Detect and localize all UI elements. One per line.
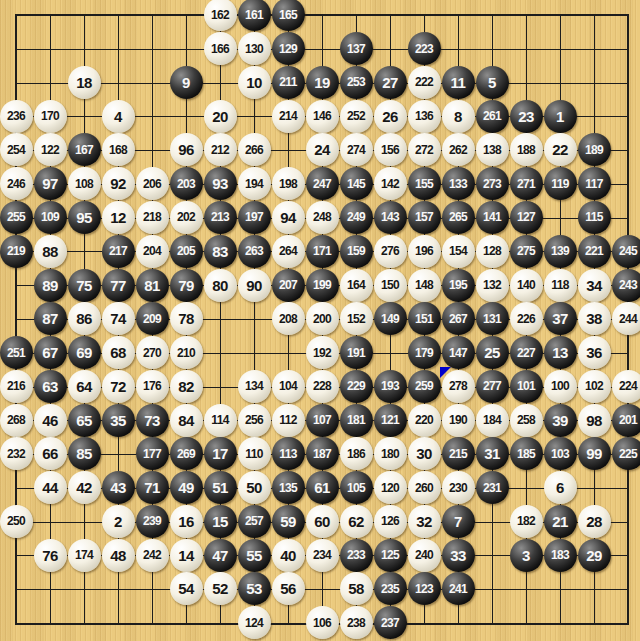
move-number: 49 — [178, 480, 194, 495]
board-intersection[interactable]: 193 — [373, 369, 407, 403]
board-intersection[interactable]: 3 — [509, 538, 543, 572]
board-intersection[interactable]: 75 — [67, 268, 101, 302]
board-intersection[interactable]: 216 — [0, 369, 33, 403]
board-intersection[interactable]: 117 — [577, 167, 611, 201]
board-intersection[interactable]: 99 — [577, 437, 611, 471]
board-intersection[interactable]: 49 — [169, 471, 203, 505]
black-stone: 159 — [340, 235, 373, 268]
board-intersection[interactable]: 179 — [407, 336, 441, 370]
board-intersection[interactable]: 183 — [543, 538, 577, 572]
board-intersection[interactable]: 53 — [237, 572, 271, 606]
board-intersection[interactable]: 146 — [305, 99, 339, 133]
board-intersection[interactable]: 210 — [169, 336, 203, 370]
board-intersection[interactable]: 63 — [33, 369, 67, 403]
board-intersection[interactable]: 239 — [135, 504, 169, 538]
black-stone: 245 — [612, 235, 640, 268]
board-intersection[interactable]: 56 — [271, 572, 305, 606]
board-intersection[interactable]: 50 — [237, 471, 271, 505]
board-intersection[interactable]: 52 — [203, 572, 237, 606]
board-intersection[interactable]: 104 — [271, 369, 305, 403]
board-intersection[interactable]: 133 — [441, 167, 475, 201]
board-intersection[interactable]: 190 — [441, 403, 475, 437]
board-intersection[interactable]: 229 — [339, 369, 373, 403]
board-intersection[interactable]: 148 — [407, 268, 441, 302]
board-intersection[interactable]: 174 — [67, 538, 101, 572]
board-intersection[interactable]: 120 — [373, 471, 407, 505]
board-intersection[interactable]: 43 — [101, 471, 135, 505]
board-intersection[interactable]: 61 — [305, 471, 339, 505]
board-intersection[interactable]: 25 — [475, 336, 509, 370]
board-intersection[interactable]: 60 — [305, 504, 339, 538]
board-intersection[interactable]: 35 — [101, 403, 135, 437]
board-intersection[interactable]: 14 — [169, 538, 203, 572]
board-intersection[interactable]: 170 — [33, 99, 67, 133]
board-intersection[interactable]: 253 — [339, 66, 373, 100]
board-intersection[interactable]: 266 — [237, 133, 271, 167]
move-number: 33 — [450, 548, 466, 563]
board-intersection[interactable]: 12 — [101, 201, 135, 235]
board-intersection[interactable]: 264 — [271, 234, 305, 268]
board-intersection[interactable]: 203 — [169, 167, 203, 201]
board-intersection[interactable]: 156 — [373, 133, 407, 167]
board-intersection[interactable]: 207 — [271, 268, 305, 302]
board-intersection[interactable]: 218 — [135, 201, 169, 235]
board-intersection[interactable]: 24 — [305, 133, 339, 167]
board-intersection[interactable]: 271 — [509, 167, 543, 201]
board-intersection[interactable]: 269 — [169, 437, 203, 471]
board-intersection[interactable]: 115 — [577, 201, 611, 235]
board-intersection[interactable]: 215 — [441, 437, 475, 471]
board-intersection[interactable]: 101 — [509, 369, 543, 403]
move-number: 75 — [76, 278, 92, 293]
board-intersection[interactable]: 85 — [67, 437, 101, 471]
board-intersection[interactable]: 278 — [441, 369, 475, 403]
board-intersection[interactable]: 79 — [169, 268, 203, 302]
board-intersection[interactable]: 71 — [135, 471, 169, 505]
board-intersection[interactable]: 213 — [203, 201, 237, 235]
board-intersection[interactable]: 238 — [339, 606, 373, 640]
board-intersection[interactable]: 270 — [135, 336, 169, 370]
board-intersection[interactable]: 134 — [237, 369, 271, 403]
board-intersection[interactable]: 81 — [135, 268, 169, 302]
board-intersection[interactable]: 113 — [271, 437, 305, 471]
white-stone: 136 — [408, 100, 441, 133]
board-intersection[interactable]: 4 — [101, 99, 135, 133]
board-intersection[interactable]: 90 — [237, 268, 271, 302]
board-intersection[interactable]: 162 — [203, 0, 237, 32]
board-intersection[interactable]: 198 — [271, 167, 305, 201]
board-intersection[interactable]: 223 — [407, 32, 441, 66]
board-intersection[interactable]: 1 — [543, 99, 577, 133]
board-intersection[interactable]: 143 — [373, 201, 407, 235]
board-intersection[interactable]: 135 — [271, 471, 305, 505]
board-intersection[interactable]: 212 — [203, 133, 237, 167]
move-number: 87 — [42, 311, 58, 326]
board-intersection[interactable]: 13 — [543, 336, 577, 370]
board-intersection[interactable]: 201 — [611, 403, 640, 437]
board-intersection[interactable]: 124 — [237, 606, 271, 640]
board-intersection[interactable]: 263 — [237, 234, 271, 268]
board-intersection[interactable]: 64 — [67, 369, 101, 403]
board-intersection[interactable]: 128 — [475, 234, 509, 268]
board-intersection[interactable]: 17 — [203, 437, 237, 471]
board-intersection[interactable]: 5 — [475, 66, 509, 100]
stones-grid[interactable]: 1621611651661301291372231891021119253272… — [0, 0, 640, 640]
board-intersection[interactable]: 141 — [475, 201, 509, 235]
board-intersection[interactable]: 221 — [577, 234, 611, 268]
board-intersection[interactable]: 147 — [441, 336, 475, 370]
board-intersection[interactable]: 159 — [339, 234, 373, 268]
board-intersection[interactable]: 110 — [237, 437, 271, 471]
board-intersection[interactable]: 119 — [543, 167, 577, 201]
move-number: 218 — [143, 211, 161, 223]
board-intersection[interactable]: 88 — [33, 234, 67, 268]
board-intersection[interactable]: 40 — [271, 538, 305, 572]
black-stone: 185 — [510, 437, 543, 470]
white-stone: 244 — [612, 302, 640, 335]
white-stone: 38 — [578, 302, 611, 335]
black-stone: 261 — [476, 100, 509, 133]
board-intersection[interactable]: 92 — [101, 167, 135, 201]
white-stone: 18 — [68, 66, 101, 99]
move-number: 193 — [381, 380, 399, 392]
board-intersection[interactable]: 168 — [101, 133, 135, 167]
board-intersection[interactable]: 176 — [135, 369, 169, 403]
board-intersection[interactable]: 209 — [135, 302, 169, 336]
board-intersection[interactable]: 125 — [373, 538, 407, 572]
board-intersection[interactable]: 37 — [543, 302, 577, 336]
board-intersection[interactable]: 265 — [441, 201, 475, 235]
board-intersection[interactable]: 30 — [407, 437, 441, 471]
board-intersection[interactable]: 140 — [509, 268, 543, 302]
board-intersection[interactable]: 121 — [373, 403, 407, 437]
board-intersection[interactable]: 100 — [543, 369, 577, 403]
board-intersection[interactable]: 195 — [441, 268, 475, 302]
board-intersection[interactable]: 171 — [305, 234, 339, 268]
board-intersection[interactable]: 10 — [237, 66, 271, 100]
board-intersection[interactable]: 205 — [169, 234, 203, 268]
board-intersection[interactable]: 96 — [169, 133, 203, 167]
board-intersection[interactable]: 226 — [509, 302, 543, 336]
board-intersection[interactable]: 126 — [373, 504, 407, 538]
board-intersection[interactable]: 154 — [441, 234, 475, 268]
board-intersection[interactable]: 122 — [33, 133, 67, 167]
board-intersection[interactable]: 9 — [169, 66, 203, 100]
board-intersection[interactable]: 26 — [373, 99, 407, 133]
board-intersection[interactable]: 167 — [67, 133, 101, 167]
black-stone: 267 — [442, 302, 475, 335]
board-intersection[interactable]: 76 — [33, 538, 67, 572]
board-intersection[interactable]: 139 — [543, 234, 577, 268]
board-intersection[interactable]: 78 — [169, 302, 203, 336]
board-intersection[interactable]: 204 — [135, 234, 169, 268]
board-intersection[interactable]: 231 — [475, 471, 509, 505]
black-stone: 239 — [136, 505, 169, 538]
board-intersection[interactable]: 252 — [339, 99, 373, 133]
board-intersection[interactable]: 257 — [237, 504, 271, 538]
board-intersection[interactable]: 180 — [373, 437, 407, 471]
board-intersection[interactable]: 29 — [577, 538, 611, 572]
board-intersection[interactable]: 68 — [101, 336, 135, 370]
board-intersection[interactable]: 228 — [305, 369, 339, 403]
board-intersection[interactable]: 272 — [407, 133, 441, 167]
board-intersection[interactable]: 254 — [0, 133, 33, 167]
board-intersection[interactable]: 199 — [305, 268, 339, 302]
board-intersection[interactable]: 232 — [0, 437, 33, 471]
board-intersection[interactable]: 112 — [271, 403, 305, 437]
board-intersection[interactable]: 74 — [101, 302, 135, 336]
move-number: 80 — [212, 278, 228, 293]
move-number: 59 — [280, 514, 296, 529]
black-stone: 7 — [442, 505, 475, 538]
board-intersection[interactable]: 136 — [407, 99, 441, 133]
board-intersection[interactable]: 184 — [475, 403, 509, 437]
board-intersection[interactable]: 20 — [203, 99, 237, 133]
board-intersection[interactable]: 274 — [339, 133, 373, 167]
board-intersection[interactable]: 189 — [577, 133, 611, 167]
board-intersection[interactable]: 89 — [33, 268, 67, 302]
board-intersection[interactable]: 118 — [543, 268, 577, 302]
board-intersection[interactable]: 276 — [373, 234, 407, 268]
board-intersection[interactable]: 42 — [67, 471, 101, 505]
board-intersection[interactable]: 23 — [509, 99, 543, 133]
board-intersection[interactable]: 27 — [373, 66, 407, 100]
board-intersection[interactable]: 67 — [33, 336, 67, 370]
board-intersection[interactable]: 107 — [305, 403, 339, 437]
board-intersection[interactable]: 236 — [0, 99, 33, 133]
board-intersection[interactable]: 44 — [33, 471, 67, 505]
board-intersection[interactable]: 22 — [543, 133, 577, 167]
board-intersection[interactable]: 245 — [611, 234, 640, 268]
board-intersection[interactable]: 62 — [339, 504, 373, 538]
board-intersection[interactable]: 152 — [339, 302, 373, 336]
board-intersection[interactable]: 58 — [339, 572, 373, 606]
board-intersection[interactable]: 38 — [577, 302, 611, 336]
board-intersection[interactable]: 102 — [577, 369, 611, 403]
board-intersection[interactable]: 142 — [373, 167, 407, 201]
board-intersection[interactable]: 55 — [237, 538, 271, 572]
board-intersection[interactable]: 235 — [373, 572, 407, 606]
board-intersection[interactable]: 249 — [339, 201, 373, 235]
board-intersection[interactable]: 234 — [305, 538, 339, 572]
board-intersection[interactable]: 51 — [203, 471, 237, 505]
board-intersection[interactable]: 36 — [577, 336, 611, 370]
board-intersection[interactable]: 211 — [271, 66, 305, 100]
board-intersection[interactable]: 32 — [407, 504, 441, 538]
board-intersection[interactable]: 66 — [33, 437, 67, 471]
board-intersection[interactable]: 114 — [203, 403, 237, 437]
board-intersection[interactable]: 132 — [475, 268, 509, 302]
white-stone: 64 — [68, 370, 101, 403]
board-intersection[interactable]: 273 — [475, 167, 509, 201]
board-intersection[interactable]: 106 — [305, 606, 339, 640]
board-intersection[interactable]: 233 — [339, 538, 373, 572]
board-intersection[interactable]: 131 — [475, 302, 509, 336]
board-intersection[interactable]: 224 — [611, 369, 640, 403]
board-intersection[interactable]: 73 — [135, 403, 169, 437]
board-intersection[interactable]: 72 — [101, 369, 135, 403]
white-stone: 270 — [136, 336, 169, 369]
board-intersection[interactable]: 137 — [339, 32, 373, 66]
board-intersection[interactable]: 237 — [373, 606, 407, 640]
board-intersection[interactable]: 164 — [339, 268, 373, 302]
board-intersection[interactable]: 21 — [543, 504, 577, 538]
board-intersection[interactable]: 11 — [441, 66, 475, 100]
board-intersection[interactable]: 182 — [509, 504, 543, 538]
board-intersection[interactable]: 165 — [271, 0, 305, 32]
move-number: 241 — [449, 583, 467, 595]
board-intersection[interactable]: 127 — [509, 201, 543, 235]
board-intersection[interactable]: 87 — [33, 302, 67, 336]
board-intersection[interactable]: 230 — [441, 471, 475, 505]
board-intersection[interactable]: 80 — [203, 268, 237, 302]
board-intersection[interactable]: 240 — [407, 538, 441, 572]
board-intersection[interactable]: 138 — [475, 133, 509, 167]
board-intersection[interactable]: 197 — [237, 201, 271, 235]
board-intersection[interactable]: 155 — [407, 167, 441, 201]
board-intersection[interactable]: 130 — [237, 32, 271, 66]
board-intersection[interactable]: 202 — [169, 201, 203, 235]
board-intersection[interactable]: 15 — [203, 504, 237, 538]
board-intersection[interactable]: 31 — [475, 437, 509, 471]
board-intersection[interactable]: 194 — [237, 167, 271, 201]
board-intersection[interactable]: 46 — [33, 403, 67, 437]
board-intersection[interactable]: 187 — [305, 437, 339, 471]
board-intersection[interactable]: 34 — [577, 268, 611, 302]
board-intersection[interactable]: 241 — [441, 572, 475, 606]
white-stone: 16 — [170, 505, 203, 538]
white-stone: 78 — [170, 302, 203, 335]
board-intersection[interactable]: 47 — [203, 538, 237, 572]
board-intersection[interactable]: 219 — [0, 234, 33, 268]
board-intersection[interactable]: 250 — [0, 504, 33, 538]
board-intersection[interactable]: 196 — [407, 234, 441, 268]
board-intersection[interactable]: 82 — [169, 369, 203, 403]
board-intersection[interactable]: 145 — [339, 167, 373, 201]
board-intersection[interactable]: 243 — [611, 268, 640, 302]
board-intersection[interactable]: 220 — [407, 403, 441, 437]
board-intersection[interactable]: 84 — [169, 403, 203, 437]
board-intersection[interactable]: 268 — [0, 403, 33, 437]
board-intersection[interactable]: 129 — [271, 32, 305, 66]
board-intersection[interactable]: 191 — [339, 336, 373, 370]
board-intersection[interactable]: 246 — [0, 167, 33, 201]
board-intersection[interactable]: 262 — [441, 133, 475, 167]
board-intersection[interactable]: 244 — [611, 302, 640, 336]
board-intersection[interactable]: 33 — [441, 538, 475, 572]
board-intersection[interactable]: 259 — [407, 369, 441, 403]
board-intersection[interactable]: 227 — [509, 336, 543, 370]
board-intersection[interactable]: 208 — [271, 302, 305, 336]
white-stone: 216 — [0, 370, 33, 403]
board-intersection[interactable]: 18 — [67, 66, 101, 100]
board-intersection[interactable]: 181 — [339, 403, 373, 437]
board-intersection[interactable]: 161 — [237, 0, 271, 32]
board-intersection[interactable]: 200 — [305, 302, 339, 336]
board-intersection[interactable]: 225 — [611, 437, 640, 471]
board-intersection[interactable]: 188 — [509, 133, 543, 167]
board-intersection[interactable]: 255 — [0, 201, 33, 235]
board-intersection[interactable]: 260 — [407, 471, 441, 505]
board-intersection[interactable]: 65 — [67, 403, 101, 437]
board-intersection[interactable]: 94 — [271, 201, 305, 235]
board-intersection[interactable]: 103 — [543, 437, 577, 471]
board-intersection[interactable]: 277 — [475, 369, 509, 403]
board-intersection[interactable]: 97 — [33, 167, 67, 201]
board-intersection[interactable]: 192 — [305, 336, 339, 370]
move-number: 3 — [522, 548, 530, 563]
board-intersection[interactable]: 7 — [441, 504, 475, 538]
move-number: 14 — [178, 548, 194, 563]
board-intersection[interactable]: 185 — [509, 437, 543, 471]
white-stone: 162 — [204, 0, 237, 31]
board-intersection[interactable]: 59 — [271, 504, 305, 538]
board-intersection[interactable]: 108 — [67, 167, 101, 201]
board-intersection[interactable]: 206 — [135, 167, 169, 201]
board-intersection[interactable]: 186 — [339, 437, 373, 471]
board-intersection[interactable]: 123 — [407, 572, 441, 606]
move-number: 133 — [449, 178, 467, 190]
board-intersection[interactable]: 247 — [305, 167, 339, 201]
board-intersection[interactable]: 267 — [441, 302, 475, 336]
board-intersection[interactable]: 2 — [101, 504, 135, 538]
board-intersection[interactable]: 150 — [373, 268, 407, 302]
board-intersection[interactable]: 54 — [169, 572, 203, 606]
board-intersection[interactable]: 28 — [577, 504, 611, 538]
board-intersection[interactable]: 157 — [407, 201, 441, 235]
board-intersection[interactable]: 222 — [407, 66, 441, 100]
board-intersection[interactable]: 248 — [305, 201, 339, 235]
board-intersection[interactable]: 258 — [509, 403, 543, 437]
board-intersection[interactable]: 39 — [543, 403, 577, 437]
board-intersection[interactable]: 214 — [271, 99, 305, 133]
board-intersection[interactable]: 6 — [543, 471, 577, 505]
move-number: 234 — [313, 549, 331, 561]
move-number: 63 — [42, 379, 58, 394]
go-board[interactable]: 1621611651661301291372231891021119253272… — [0, 0, 640, 641]
board-intersection[interactable]: 109 — [33, 201, 67, 235]
board-intersection[interactable]: 105 — [339, 471, 373, 505]
board-intersection[interactable]: 48 — [101, 538, 135, 572]
board-intersection[interactable]: 93 — [203, 167, 237, 201]
white-stone: 6 — [544, 471, 577, 504]
board-intersection[interactable]: 95 — [67, 201, 101, 235]
board-intersection[interactable]: 166 — [203, 32, 237, 66]
board-intersection[interactable]: 261 — [475, 99, 509, 133]
board-intersection[interactable]: 242 — [135, 538, 169, 572]
board-intersection[interactable]: 251 — [0, 336, 33, 370]
board-intersection[interactable]: 83 — [203, 234, 237, 268]
board-intersection[interactable]: 19 — [305, 66, 339, 100]
board-intersection[interactable]: 177 — [135, 437, 169, 471]
board-intersection[interactable]: 151 — [407, 302, 441, 336]
board-intersection[interactable]: 69 — [67, 336, 101, 370]
board-intersection[interactable]: 256 — [237, 403, 271, 437]
board-intersection[interactable]: 77 — [101, 268, 135, 302]
move-number: 5 — [488, 75, 496, 90]
move-number: 242 — [143, 549, 161, 561]
move-number: 170 — [41, 110, 59, 122]
board-intersection[interactable]: 275 — [509, 234, 543, 268]
board-intersection[interactable]: 217 — [101, 234, 135, 268]
board-intersection[interactable]: 16 — [169, 504, 203, 538]
board-intersection[interactable]: 98 — [577, 403, 611, 437]
board-intersection[interactable]: 149 — [373, 302, 407, 336]
white-stone: 214 — [272, 100, 305, 133]
board-intersection[interactable]: 8 — [441, 99, 475, 133]
board-intersection[interactable]: 86 — [67, 302, 101, 336]
white-stone: 100 — [544, 370, 577, 403]
